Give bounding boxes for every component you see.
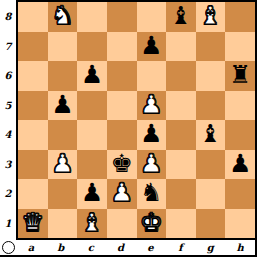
square-f4[interactable] [166,120,196,150]
square-g5[interactable] [196,91,226,121]
rank-label-3: 3 [0,150,16,180]
rank-label-6: 6 [0,61,16,91]
white-to-move-indicator [2,241,15,254]
rank-label-5: 5 [0,91,16,121]
square-e6[interactable] [137,61,167,91]
black-bishop-g4[interactable]: ♝ [199,121,221,146]
square-a3[interactable] [18,150,48,180]
square-c8[interactable] [77,2,107,32]
white-bishop-g8[interactable]: ♝ [199,3,221,28]
white-pawn-e5[interactable]: ♟ [140,92,162,117]
square-g6[interactable] [196,61,226,91]
square-g7[interactable] [196,32,226,62]
white-knight-b8[interactable]: ♞ [51,3,73,28]
black-pawn-e4[interactable]: ♟ [140,121,162,146]
rank-label-4: 4 [0,120,16,150]
square-d3[interactable]: ♚ [107,150,137,180]
square-h2[interactable] [225,179,255,209]
square-b5[interactable]: ♟ [48,91,78,121]
white-pawn-e3[interactable]: ♟ [140,151,162,176]
white-king-e1[interactable]: ♚ [140,210,162,235]
black-pawn-e7[interactable]: ♟ [140,33,162,58]
square-g8[interactable]: ♝ [196,2,226,32]
rank-label-7: 7 [0,32,16,62]
square-f5[interactable] [166,91,196,121]
square-g3[interactable] [196,150,226,180]
rank-labels: 87654321 [0,2,16,238]
square-e1[interactable]: ♚ [137,209,167,239]
white-queen-a1[interactable]: ♛ [22,210,44,235]
black-bishop-f8[interactable]: ♝ [170,3,192,28]
chess-board: ♞♝♝♟♟♜♟♟♟♝♟♚♟♟♟♟♞♛♝♚ [16,0,257,240]
black-pawn-h3[interactable]: ♟ [229,151,251,176]
square-b2[interactable] [48,179,78,209]
square-h1[interactable] [225,209,255,239]
black-pawn-b5[interactable]: ♟ [51,92,73,117]
square-d5[interactable] [107,91,137,121]
file-label-e: e [136,240,166,255]
chess-diagram: ♞♝♝♟♟♜♟♟♟♝♟♚♟♟♟♟♞♛♝♚ 87654321 abcdefgh [0,0,257,257]
square-d7[interactable] [107,32,137,62]
square-h7[interactable] [225,32,255,62]
black-king-d3[interactable]: ♚ [110,151,132,176]
square-b3[interactable]: ♟ [48,150,78,180]
square-c6[interactable]: ♟ [77,61,107,91]
square-e5[interactable]: ♟ [137,91,167,121]
square-h6[interactable]: ♜ [225,61,255,91]
black-pawn-c2[interactable]: ♟ [81,180,103,205]
rank-label-1: 1 [0,209,16,239]
square-a5[interactable] [18,91,48,121]
file-label-a: a [16,240,46,255]
file-label-f: f [165,240,195,255]
square-c7[interactable] [77,32,107,62]
black-knight-e2[interactable]: ♞ [140,180,162,205]
square-d8[interactable] [107,2,137,32]
square-f8[interactable]: ♝ [166,2,196,32]
square-c4[interactable] [77,120,107,150]
square-d6[interactable] [107,61,137,91]
square-a2[interactable] [18,179,48,209]
rank-label-8: 8 [0,2,16,32]
square-d4[interactable] [107,120,137,150]
square-b8[interactable]: ♞ [48,2,78,32]
file-label-c: c [76,240,106,255]
white-pawn-d2[interactable]: ♟ [110,180,132,205]
square-f7[interactable] [166,32,196,62]
square-f3[interactable] [166,150,196,180]
file-label-b: b [46,240,76,255]
file-label-h: h [225,240,255,255]
white-pawn-b3[interactable]: ♟ [51,151,73,176]
square-b7[interactable] [48,32,78,62]
square-b1[interactable] [48,209,78,239]
square-b6[interactable] [48,61,78,91]
square-a6[interactable] [18,61,48,91]
square-g1[interactable] [196,209,226,239]
square-b4[interactable] [48,120,78,150]
square-c1[interactable]: ♝ [77,209,107,239]
square-d2[interactable]: ♟ [107,179,137,209]
square-h4[interactable] [225,120,255,150]
file-label-d: d [106,240,136,255]
square-f1[interactable] [166,209,196,239]
black-pawn-c6[interactable]: ♟ [81,62,103,87]
square-d1[interactable] [107,209,137,239]
square-c3[interactable] [77,150,107,180]
square-g4[interactable]: ♝ [196,120,226,150]
square-e8[interactable] [137,2,167,32]
square-e4[interactable]: ♟ [137,120,167,150]
square-a8[interactable] [18,2,48,32]
square-h3[interactable]: ♟ [225,150,255,180]
black-rook-h6[interactable]: ♜ [229,62,251,87]
square-a4[interactable] [18,120,48,150]
rank-label-2: 2 [0,179,16,209]
square-h5[interactable] [225,91,255,121]
square-g2[interactable] [196,179,226,209]
square-e7[interactable]: ♟ [137,32,167,62]
square-c5[interactable] [77,91,107,121]
square-h8[interactable] [225,2,255,32]
file-labels: abcdefgh [16,240,255,255]
square-e3[interactable]: ♟ [137,150,167,180]
square-e2[interactable]: ♞ [137,179,167,209]
square-a1[interactable]: ♛ [18,209,48,239]
file-label-g: g [195,240,225,255]
white-bishop-c1[interactable]: ♝ [81,210,103,235]
square-a7[interactable] [18,32,48,62]
square-c2[interactable]: ♟ [77,179,107,209]
square-f6[interactable] [166,61,196,91]
square-f2[interactable] [166,179,196,209]
